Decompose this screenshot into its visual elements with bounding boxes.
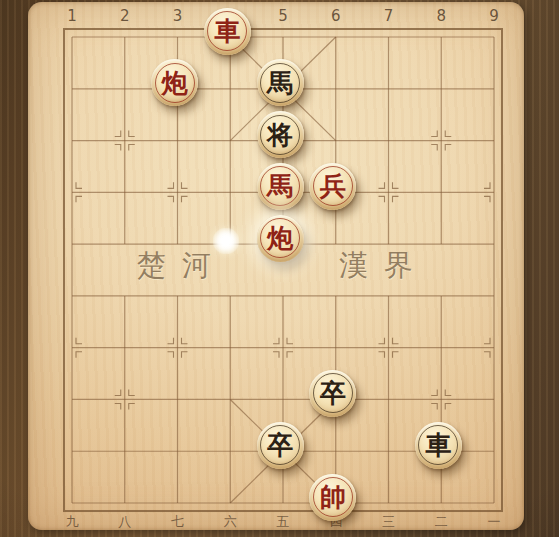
- piece-character: 卒: [320, 380, 346, 406]
- file-label-top: 9: [489, 9, 499, 24]
- piece-black-soldier[interactable]: 卒: [257, 422, 304, 469]
- file-label-bottom: 五: [277, 515, 290, 528]
- piece-character: 車: [425, 432, 451, 458]
- piece-red-chariot[interactable]: 車: [204, 8, 251, 55]
- piece-character: 馬: [267, 173, 293, 199]
- piece-red-cannon[interactable]: 炮: [151, 59, 198, 106]
- file-label-bottom: 七: [171, 515, 184, 528]
- river-label-right: 漢界: [331, 246, 429, 286]
- piece-ring: [155, 63, 195, 103]
- piece-ring: [313, 373, 353, 413]
- file-label-bottom: 一: [488, 515, 501, 528]
- piece-ring: [207, 11, 247, 51]
- piece-character: 将: [267, 122, 293, 148]
- xiangqi-app-screen: 123456789 九八七六五四三二一 楚河 漢界 車炮馬将馬兵炮卒卒車帥: [0, 0, 559, 537]
- file-label-bottom: 六: [224, 515, 237, 528]
- file-label-bottom: 三: [382, 515, 395, 528]
- piece-character: 炮: [267, 225, 293, 251]
- file-label-top: 2: [120, 9, 130, 24]
- file-label-top: 1: [67, 9, 77, 24]
- file-label-top: 8: [436, 9, 446, 24]
- file-label-bottom: 九: [66, 515, 79, 528]
- piece-black-horse[interactable]: 馬: [257, 59, 304, 106]
- piece-ring: [260, 425, 300, 465]
- file-label-top: 7: [384, 9, 394, 24]
- piece-character: 兵: [320, 173, 346, 199]
- piece-red-soldier[interactable]: 兵: [309, 163, 356, 210]
- piece-red-horse[interactable]: 馬: [257, 163, 304, 210]
- piece-red-cannon[interactable]: 炮: [257, 215, 304, 262]
- piece-ring: [260, 115, 300, 155]
- piece-ring: [418, 425, 458, 465]
- river-label-left: 楚河: [129, 246, 227, 286]
- file-label-top: 6: [331, 9, 341, 24]
- piece-ring: [260, 63, 300, 103]
- piece-character: 車: [214, 18, 240, 44]
- piece-character: 馬: [267, 70, 293, 96]
- piece-ring: [260, 218, 300, 258]
- piece-ring: [313, 477, 353, 517]
- piece-black-general[interactable]: 将: [257, 111, 304, 158]
- piece-character: 卒: [267, 432, 293, 458]
- piece-character: 炮: [162, 70, 188, 96]
- piece-character: 帥: [320, 484, 346, 510]
- file-label-bottom: 八: [118, 515, 131, 528]
- piece-red-general[interactable]: 帥: [309, 474, 356, 521]
- file-label-bottom: 二: [435, 515, 448, 528]
- file-label-top: 5: [278, 9, 288, 24]
- piece-ring: [260, 166, 300, 206]
- piece-black-soldier[interactable]: 卒: [309, 370, 356, 417]
- piece-ring: [313, 166, 353, 206]
- file-label-top: 3: [173, 9, 183, 24]
- piece-black-chariot[interactable]: 車: [415, 422, 462, 469]
